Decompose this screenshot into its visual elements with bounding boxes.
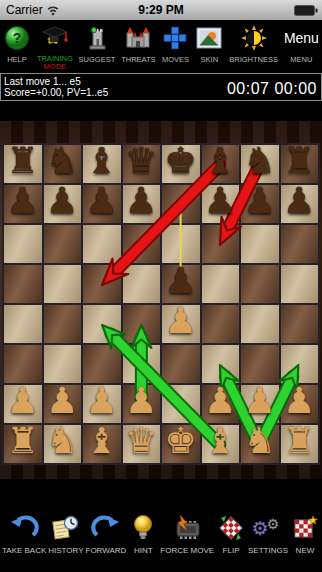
square-f6[interactable] <box>202 225 240 263</box>
square-a5[interactable] <box>4 265 42 303</box>
black-king-e8[interactable]: ♚ <box>165 143 197 179</box>
cell-d7: ♟ <box>123 185 161 223</box>
cell-h8: ♜ <box>281 145 319 183</box>
redo-arrow-icon <box>91 512 121 543</box>
cell-g7: ♟ <box>241 185 279 223</box>
black-pawn-d7[interactable]: ♟ <box>125 183 157 219</box>
training-mode-button[interactable]: TRAINING MODE <box>37 24 73 71</box>
black-pawn-a7[interactable]: ♟ <box>7 183 39 219</box>
forward-button[interactable]: FORWARD <box>86 512 127 555</box>
cell-g2: ♟ <box>241 385 279 423</box>
hint-button[interactable]: HINT <box>128 512 158 555</box>
white-pawn-b2[interactable]: ♟ <box>46 383 78 419</box>
cell-d2: ♟ <box>123 385 161 423</box>
menu-button[interactable]: Menu MENU <box>284 24 319 64</box>
score-pv-text: Score=+0.00, PV=1..e5 <box>4 87 108 98</box>
new-game-button[interactable]: ★ NEW <box>290 512 320 555</box>
cell-g1: ♞ <box>241 425 279 463</box>
threats-button[interactable]: THREATS <box>121 24 155 64</box>
cell-h7: ♟ <box>281 185 319 223</box>
square-a6[interactable] <box>4 225 42 263</box>
chip-lightning-icon <box>171 512 203 543</box>
cell-b7: ♟ <box>44 185 82 223</box>
status-bar: Carrier 9:29 PM <box>0 0 322 20</box>
white-bishop-f1[interactable]: ♝ <box>204 423 236 459</box>
new-board-star-icon: ★ <box>291 512 319 543</box>
cell-f1: ♝ <box>202 425 240 463</box>
black-pawn-h7[interactable]: ♟ <box>283 183 315 219</box>
white-bishop-c1[interactable]: ♝ <box>86 423 118 459</box>
square-g4[interactable] <box>241 305 279 343</box>
burning-castle-icon <box>124 24 152 52</box>
white-rook-h1[interactable]: ♜ <box>283 423 315 459</box>
cell-f2: ♟ <box>202 385 240 423</box>
graduation-cap-icon <box>41 24 69 52</box>
white-pawn-h2[interactable]: ♟ <box>283 383 315 419</box>
black-pawn-f7[interactable]: ♟ <box>204 183 236 219</box>
square-h5[interactable] <box>281 265 319 303</box>
top-toolbar: ? HELP TRAINING MODE <box>0 20 322 73</box>
mode-label: MODE <box>37 63 73 71</box>
cell-c1: ♝ <box>83 425 121 463</box>
square-f3[interactable] <box>202 345 240 383</box>
moves-button[interactable]: MOVES <box>161 24 189 64</box>
cell-c8: ♝ <box>83 145 121 183</box>
cell-g8: ♞ <box>241 145 279 183</box>
square-e7[interactable] <box>162 185 200 223</box>
svg-text:?: ? <box>13 30 22 46</box>
square-b3[interactable] <box>44 345 82 383</box>
black-rook-h8[interactable]: ♜ <box>283 143 315 179</box>
sun-icon <box>241 24 267 52</box>
black-bishop-c8[interactable]: ♝ <box>86 143 118 179</box>
black-pawn-g7[interactable]: ♟ <box>244 183 276 219</box>
gears-icon: ⚙ ⚙ <box>252 512 284 543</box>
force-move-button[interactable]: FORCE MOVE <box>160 512 214 555</box>
flip-board-icon <box>216 512 246 543</box>
white-pawn-a2[interactable]: ♟ <box>7 383 39 419</box>
white-queen-d1[interactable]: ♛ <box>125 423 157 459</box>
cell-e8: ♚ <box>162 145 200 183</box>
square-a3[interactable] <box>4 345 42 383</box>
white-pawn-d2[interactable]: ♟ <box>125 383 157 419</box>
white-rook-a1[interactable]: ♜ <box>7 423 39 459</box>
notepad-clock-icon <box>51 512 81 543</box>
take-back-button[interactable]: TAKE BACK <box>2 512 46 555</box>
square-h3[interactable] <box>281 345 319 383</box>
square-g5[interactable] <box>241 265 279 303</box>
square-d3[interactable] <box>123 345 161 383</box>
white-king-e1[interactable]: ♚ <box>165 423 197 459</box>
bottom-toolbar: TAKE BACK HISTORY <box>0 490 322 572</box>
cell-a1: ♜ <box>4 425 42 463</box>
square-b4[interactable] <box>44 305 82 343</box>
blue-cross-icon <box>163 24 187 52</box>
white-knight-b1[interactable]: ♞ <box>46 423 78 459</box>
cell-a8: ♜ <box>4 145 42 183</box>
skin-button[interactable]: SKIN <box>195 24 223 64</box>
square-f5[interactable] <box>202 265 240 303</box>
white-pawn-g2[interactable]: ♟ <box>244 383 276 419</box>
cell-c2: ♟ <box>83 385 121 423</box>
square-d6[interactable] <box>123 225 161 263</box>
black-pawn-b7[interactable]: ♟ <box>46 183 78 219</box>
picture-icon <box>195 24 223 52</box>
black-queen-d8[interactable]: ♛ <box>125 143 157 179</box>
svg-text:⚙: ⚙ <box>267 516 280 532</box>
cell-d1: ♛ <box>123 425 161 463</box>
cell-b2: ♟ <box>44 385 82 423</box>
square-c5[interactable] <box>83 265 121 303</box>
square-e2[interactable] <box>162 385 200 423</box>
square-e6[interactable] <box>162 225 200 263</box>
cell-h2: ♟ <box>281 385 319 423</box>
chess-board: ♜♞♝♛♚♝♞♜♟♟♟♟♟♟♟♟♟♟♟♟♟♟♟♟♜♞♝♛♚♝♞♜ <box>0 101 322 479</box>
cell-e5: ♟ <box>162 265 200 303</box>
square-b6[interactable] <box>44 225 82 263</box>
cell-f8: ♝ <box>202 145 240 183</box>
cell-b1: ♞ <box>44 425 82 463</box>
black-knight-b8[interactable]: ♞ <box>46 143 78 179</box>
square-c6[interactable] <box>83 225 121 263</box>
history-button[interactable]: HISTORY <box>48 512 83 555</box>
suggest-button[interactable]: SUGGEST <box>79 24 116 64</box>
black-pawn-c7[interactable]: ♟ <box>86 183 118 219</box>
square-g3[interactable] <box>241 345 279 383</box>
engine-info-bar: Last move 1... e5 Score=+0.00, PV=1..e5 … <box>0 73 322 101</box>
square-d4[interactable] <box>123 305 161 343</box>
square-g6[interactable] <box>241 225 279 263</box>
black-pawn-e5[interactable]: ♟ <box>165 263 197 299</box>
square-h6[interactable] <box>281 225 319 263</box>
brightness-button[interactable]: BRIGHTNESS <box>229 24 278 64</box>
cell-f7: ♟ <box>202 185 240 223</box>
white-pawn-f2[interactable]: ♟ <box>204 383 236 419</box>
app-window: Carrier 9:29 PM ? HELP <box>0 0 322 572</box>
cell-e1: ♚ <box>162 425 200 463</box>
black-bishop-f8[interactable]: ♝ <box>204 143 236 179</box>
white-pawn-e4[interactable]: ♟ <box>165 303 197 339</box>
square-e3[interactable] <box>162 345 200 383</box>
undo-arrow-icon <box>9 512 39 543</box>
square-b5[interactable] <box>44 265 82 303</box>
black-rook-a8[interactable]: ♜ <box>7 143 39 179</box>
menu-button-text: Menu <box>284 24 319 52</box>
cell-c7: ♟ <box>83 185 121 223</box>
help-icon: ? <box>4 24 30 52</box>
status-time: 9:29 PM <box>0 3 322 17</box>
cell-h1: ♜ <box>281 425 319 463</box>
flip-button[interactable]: FLIP <box>216 512 246 555</box>
cell-a2: ♟ <box>4 385 42 423</box>
svg-text:★: ★ <box>308 514 318 526</box>
square-a4[interactable] <box>4 305 42 343</box>
white-pawn-c2[interactable]: ♟ <box>86 383 118 419</box>
cell-e4: ♟ <box>162 305 200 343</box>
settings-button[interactable]: ⚙ ⚙ SETTINGS <box>248 512 288 555</box>
black-knight-g8[interactable]: ♞ <box>244 143 276 179</box>
cell-b8: ♞ <box>44 145 82 183</box>
square-f4[interactable] <box>202 305 240 343</box>
clocks: 00:07 00:00 <box>227 80 317 98</box>
cell-a7: ♟ <box>4 185 42 223</box>
square-h4[interactable] <box>281 305 319 343</box>
tower-icon <box>84 24 110 52</box>
white-knight-g1[interactable]: ♞ <box>244 423 276 459</box>
square-c4[interactable] <box>83 305 121 343</box>
square-d5[interactable] <box>123 265 161 303</box>
last-move-text: Last move 1... e5 <box>4 76 108 87</box>
cell-d8: ♛ <box>123 145 161 183</box>
light-bulb-icon <box>131 512 155 543</box>
help-button[interactable]: ? HELP <box>3 24 31 64</box>
square-c3[interactable] <box>83 345 121 383</box>
